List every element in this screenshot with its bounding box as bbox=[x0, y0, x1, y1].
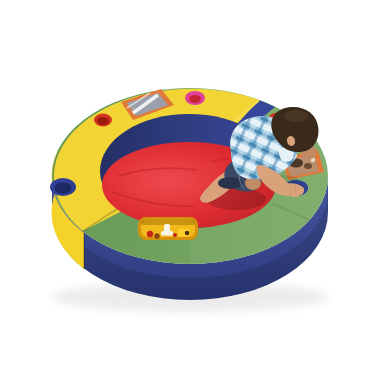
block-knob bbox=[185, 231, 189, 235]
mirror-right-reflection-face bbox=[304, 163, 312, 169]
block-brown-ball bbox=[154, 233, 160, 239]
block-red-ball bbox=[147, 231, 153, 237]
product-photo bbox=[0, 0, 380, 380]
child-hair-highlight bbox=[284, 110, 308, 122]
pocket-red-left bbox=[94, 114, 112, 127]
play-ring-illustration bbox=[0, 0, 380, 380]
pocket-pink-hole bbox=[189, 95, 201, 103]
block-white-base bbox=[161, 231, 173, 236]
block-tray bbox=[138, 217, 198, 240]
pocket-pink bbox=[185, 91, 205, 105]
pocket-blue-left-hole bbox=[55, 183, 72, 194]
child-jeans-shade bbox=[218, 177, 242, 189]
pocket-red-left-hole bbox=[97, 117, 109, 125]
block-red-small bbox=[173, 233, 177, 237]
pocket-blue-left bbox=[50, 178, 76, 196]
